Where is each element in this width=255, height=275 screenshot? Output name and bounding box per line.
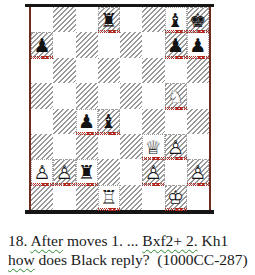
square-h5 [187,83,209,108]
square-c2: ♜ [76,159,98,184]
square-d6 [98,58,120,83]
square-g2 [165,159,187,184]
square-f6 [142,58,164,83]
square-g6 [165,58,187,83]
square-h2: ♟ [187,159,209,184]
square-c8 [76,7,98,32]
square-e6 [120,58,142,83]
piece-black-bishop: ♝ [100,110,117,132]
spellcheck-red-squiggle [76,132,98,135]
square-d1: ♜ [98,185,120,210]
piece-black-king: ♚ [189,9,206,31]
piece-black-pawn: ♟ [167,34,184,56]
square-a5 [31,83,53,108]
spellcheck-red-squiggle [165,157,187,160]
spellcheck-red-squiggle [187,30,209,33]
square-h8: ♚ [187,7,209,32]
square-a8 [31,7,53,32]
square-b6 [53,58,75,83]
square-c6 [76,58,98,83]
square-f8 [142,7,164,32]
piece-white-pawn: ♟ [189,161,206,183]
square-f3: ♛ [142,134,164,159]
spellcheck-red-squiggle [31,183,53,186]
square-d3 [98,134,120,159]
piece-white-pawn: ♟ [34,161,51,183]
caption-word: does Black reply? (1000CC-287) [35,251,248,268]
piece-white-pawn: ♟ [145,161,162,183]
square-c3 [76,134,98,159]
square-g5: ♞ [165,83,187,108]
square-b2: ♟ [53,159,75,184]
spellcheck-red-squiggle [98,132,120,135]
square-d4: ♝ [98,109,120,134]
square-a2: ♟ [31,159,53,184]
board-right-border [209,7,211,210]
piece-white-knight: ♞ [167,85,184,107]
square-a4 [31,109,53,134]
chess-puzzle-page: ♜♝♚♟♟♟♞♟♝♛♟♟♟♜♟♟♜♚ 18. After moves 1. ..… [0,0,255,275]
square-f7 [142,32,164,57]
square-g4 [165,109,187,134]
spellcheck-red-squiggle [98,208,120,211]
square-g8: ♝ [165,7,187,32]
square-h3 [187,134,209,159]
piece-white-pawn: ♟ [167,136,184,158]
square-h6 [187,58,209,83]
square-b8 [53,7,75,32]
square-e2 [120,159,142,184]
square-e4 [120,109,142,134]
spellcheck-red-squiggle [31,56,53,59]
chess-board: ♜♝♚♟♟♟♞♟♝♛♟♟♟♜♟♟♜♚ [25,4,215,214]
square-g1: ♚ [165,185,187,210]
square-b3 [53,134,75,159]
square-h4 [187,109,209,134]
square-e3 [120,134,142,159]
square-g3: ♟ [165,134,187,159]
piece-black-pawn: ♟ [78,110,95,132]
square-b7 [53,32,75,57]
spellcheck-red-squiggle [187,183,209,186]
spellcheck-red-squiggle [165,107,187,110]
square-e1 [120,185,142,210]
piece-black-rook: ♜ [100,9,117,31]
square-f2: ♟ [142,159,164,184]
square-b4 [53,109,75,134]
piece-white-queen: ♛ [145,136,162,158]
piece-black-pawn: ♟ [34,34,51,56]
piece-black-bishop: ♝ [167,9,184,31]
piece-black-rook: ♜ [78,161,95,183]
spellcheck-red-squiggle [142,157,164,160]
square-e5 [120,83,142,108]
square-b5 [53,83,75,108]
square-c7 [76,32,98,57]
square-c1 [76,185,98,210]
spellcheck-red-squiggle [53,183,75,186]
spellcheck-red-squiggle [165,208,187,211]
caption-word: After [30,232,63,249]
square-e7 [120,32,142,57]
caption-line-1: 18. After moves 1. ... Bxf2+ 2. Kh1 [8,231,254,250]
spellcheck-red-squiggle [98,30,120,33]
square-c4: ♟ [76,109,98,134]
square-g7: ♟ [165,32,187,57]
square-f4 [142,109,164,134]
square-e8 [120,7,142,32]
square-c5 [76,83,98,108]
square-d8: ♜ [98,7,120,32]
square-d2 [98,159,120,184]
puzzle-caption: 18. After moves 1. ... Bxf2+ 2. Kh1 how … [8,231,254,269]
caption-word: how [8,251,35,268]
piece-white-rook: ♜ [100,186,117,208]
square-b1 [53,185,75,210]
square-f5 [142,83,164,108]
spellcheck-red-squiggle [142,183,164,186]
caption-line-2: how does Black reply? (1000CC-287) [8,250,254,269]
board-grid: ♜♝♚♟♟♟♞♟♝♛♟♟♟♜♟♟♜♚ [31,7,209,210]
piece-white-king: ♚ [167,186,184,208]
square-h1 [187,185,209,210]
caption-word: Bxf2+ 2. [142,232,197,249]
spellcheck-red-squiggle [165,30,187,33]
square-a1 [31,185,53,210]
piece-black-pawn: ♟ [189,34,206,56]
spellcheck-red-squiggle [165,56,187,59]
square-d7 [98,32,120,57]
square-f1 [142,185,164,210]
spellcheck-red-squiggle [76,183,98,186]
caption-word: Kh1 [198,232,229,249]
square-h7: ♟ [187,32,209,57]
caption-word: 18. [8,232,30,249]
spellcheck-red-squiggle [187,56,209,59]
square-d5 [98,83,120,108]
square-a7: ♟ [31,32,53,57]
square-a3 [31,134,53,159]
piece-white-pawn: ♟ [56,161,73,183]
caption-word: moves 1. ... [63,232,142,249]
square-a6 [31,58,53,83]
